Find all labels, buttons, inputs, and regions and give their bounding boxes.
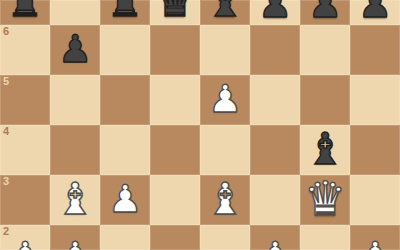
black-pawn[interactable]: ♟ [58,30,92,68]
black-pawn[interactable]: ♟ [358,0,392,23]
square-e4[interactable] [200,125,250,175]
square-d2[interactable] [150,225,200,250]
square-f2[interactable]: ♟ [250,225,300,250]
white-pawn[interactable]: ♟ [108,180,142,218]
square-g7[interactable]: ♟ [300,0,350,25]
square-a5[interactable]: 5 [0,75,50,125]
white-pawn[interactable]: ♟ [358,237,392,250]
white-pawn[interactable]: ♟ [208,80,242,118]
square-a6[interactable]: 6 [0,25,50,75]
chess-app-viewport: ♜♜♛♝♟♟♟6♟5♟4♝3♝♟♝♛2♟♟♟♟ [0,0,400,250]
black-rook[interactable]: ♜ [7,0,44,23]
rank-label-3: 3 [3,176,9,187]
square-b2[interactable]: ♟ [50,225,100,250]
square-g3[interactable]: ♛ [300,175,350,225]
square-f4[interactable] [250,125,300,175]
square-c7[interactable]: ♜ [100,0,150,25]
square-e3[interactable]: ♝ [200,175,250,225]
square-e7[interactable]: ♝ [200,0,250,25]
rank-label-6: 6 [3,26,9,37]
rank-label-4: 4 [3,126,9,137]
square-d7[interactable]: ♛ [150,0,200,25]
square-a7[interactable]: ♜ [0,0,50,25]
square-g4[interactable]: ♝ [300,125,350,175]
square-c6[interactable] [100,25,150,75]
square-e5[interactable]: ♟ [200,75,250,125]
square-c3[interactable]: ♟ [100,175,150,225]
square-d5[interactable] [150,75,200,125]
white-pawn[interactable]: ♟ [258,237,292,250]
black-pawn[interactable]: ♟ [258,0,292,23]
square-e6[interactable] [200,25,250,75]
rank-label-5: 5 [3,76,9,87]
square-h6[interactable] [350,25,400,75]
white-queen[interactable]: ♛ [304,175,346,222]
square-c2[interactable] [100,225,150,250]
white-pawn[interactable]: ♟ [8,237,42,250]
square-b5[interactable] [50,75,100,125]
square-h5[interactable] [350,75,400,125]
square-b4[interactable] [50,125,100,175]
square-h4[interactable] [350,125,400,175]
black-pawn[interactable]: ♟ [308,0,342,23]
white-pawn[interactable]: ♟ [58,237,92,250]
white-bishop[interactable]: ♝ [205,177,244,221]
square-d3[interactable] [150,175,200,225]
black-bishop[interactable]: ♝ [305,127,344,171]
square-h3[interactable] [350,175,400,225]
square-b3[interactable]: ♝ [50,175,100,225]
square-c4[interactable] [100,125,150,175]
square-e2[interactable] [200,225,250,250]
square-f3[interactable] [250,175,300,225]
square-g2[interactable] [300,225,350,250]
square-f7[interactable]: ♟ [250,0,300,25]
square-h2[interactable]: ♟ [350,225,400,250]
square-f6[interactable] [250,25,300,75]
black-bishop[interactable]: ♝ [205,0,244,23]
chess-board: ♜♜♛♝♟♟♟6♟5♟4♝3♝♟♝♛2♟♟♟♟ [0,0,400,250]
square-d6[interactable] [150,25,200,75]
square-g6[interactable] [300,25,350,75]
square-b6[interactable]: ♟ [50,25,100,75]
square-c5[interactable] [100,75,150,125]
square-h7[interactable]: ♟ [350,0,400,25]
square-g5[interactable] [300,75,350,125]
square-d4[interactable] [150,125,200,175]
square-a2[interactable]: 2♟ [0,225,50,250]
square-b7[interactable] [50,0,100,25]
square-a4[interactable]: 4 [0,125,50,175]
black-rook[interactable]: ♜ [107,0,144,23]
square-f5[interactable] [250,75,300,125]
white-bishop[interactable]: ♝ [55,177,94,221]
black-queen[interactable]: ♛ [154,0,196,23]
square-a3[interactable]: 3 [0,175,50,225]
